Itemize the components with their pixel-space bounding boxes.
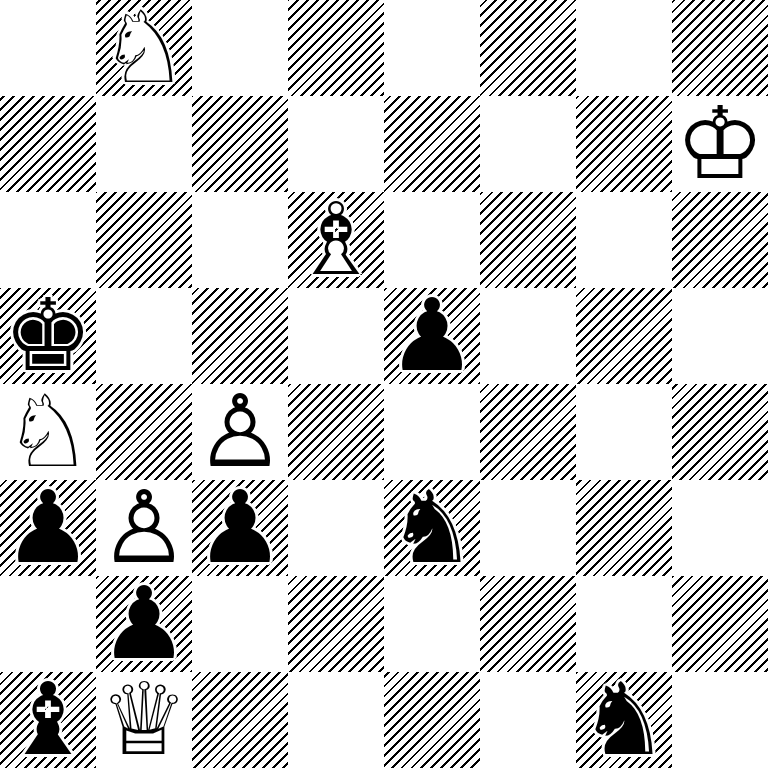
square-h3[interactable] bbox=[672, 480, 768, 576]
square-b1[interactable]: ♛♕ bbox=[96, 672, 192, 768]
square-g1[interactable]: ♞♞ bbox=[576, 672, 672, 768]
square-h8[interactable] bbox=[672, 0, 768, 96]
white-pawn-glyph: ♙ bbox=[96, 480, 192, 576]
square-e7[interactable] bbox=[384, 96, 480, 192]
square-a8[interactable] bbox=[0, 0, 96, 96]
square-f4[interactable] bbox=[480, 384, 576, 480]
square-h5[interactable] bbox=[672, 288, 768, 384]
square-a5[interactable]: ♚♚ bbox=[0, 288, 96, 384]
square-a7[interactable] bbox=[0, 96, 96, 192]
square-g8[interactable] bbox=[576, 0, 672, 96]
square-g4[interactable] bbox=[576, 384, 672, 480]
square-g5[interactable] bbox=[576, 288, 672, 384]
white-knight-piece: ♞♘ bbox=[0, 384, 96, 480]
square-b8[interactable]: ♞♘ bbox=[96, 0, 192, 96]
white-knight-glyph: ♘ bbox=[96, 0, 192, 96]
black-bishop-glyph: ♝ bbox=[0, 672, 96, 768]
square-f5[interactable] bbox=[480, 288, 576, 384]
square-e1[interactable] bbox=[384, 672, 480, 768]
white-queen-piece: ♛♕ bbox=[96, 672, 192, 768]
black-knight-piece: ♞♞ bbox=[384, 480, 480, 576]
square-e6[interactable] bbox=[384, 192, 480, 288]
square-c7[interactable] bbox=[192, 96, 288, 192]
black-pawn-piece: ♟♟ bbox=[0, 480, 96, 576]
square-d5[interactable] bbox=[288, 288, 384, 384]
square-c4[interactable]: ♟♙ bbox=[192, 384, 288, 480]
square-f3[interactable] bbox=[480, 480, 576, 576]
square-c5[interactable] bbox=[192, 288, 288, 384]
square-e3[interactable]: ♞♞ bbox=[384, 480, 480, 576]
white-pawn-piece: ♟♙ bbox=[192, 384, 288, 480]
square-h4[interactable] bbox=[672, 384, 768, 480]
black-pawn-glyph: ♟ bbox=[192, 480, 288, 576]
white-queen-glyph: ♕ bbox=[96, 672, 192, 768]
square-h7[interactable]: ♚♔ bbox=[672, 96, 768, 192]
black-knight-piece: ♞♞ bbox=[576, 672, 672, 768]
square-d8[interactable] bbox=[288, 0, 384, 96]
white-pawn-piece: ♟♙ bbox=[96, 480, 192, 576]
square-h2[interactable] bbox=[672, 576, 768, 672]
black-pawn-piece: ♟♟ bbox=[192, 480, 288, 576]
square-g7[interactable] bbox=[576, 96, 672, 192]
square-h1[interactable] bbox=[672, 672, 768, 768]
square-b6[interactable] bbox=[96, 192, 192, 288]
white-knight-piece: ♞♘ bbox=[96, 0, 192, 96]
square-f2[interactable] bbox=[480, 576, 576, 672]
black-pawn-glyph: ♟ bbox=[96, 576, 192, 672]
square-c3[interactable]: ♟♟ bbox=[192, 480, 288, 576]
square-c2[interactable] bbox=[192, 576, 288, 672]
square-e4[interactable] bbox=[384, 384, 480, 480]
square-d6[interactable]: ♝♗ bbox=[288, 192, 384, 288]
black-king-glyph: ♚ bbox=[0, 288, 96, 384]
white-bishop-glyph: ♗ bbox=[288, 192, 384, 288]
square-g3[interactable] bbox=[576, 480, 672, 576]
square-b4[interactable] bbox=[96, 384, 192, 480]
square-f7[interactable] bbox=[480, 96, 576, 192]
square-g2[interactable] bbox=[576, 576, 672, 672]
white-king-glyph: ♔ bbox=[672, 96, 768, 192]
square-d3[interactable] bbox=[288, 480, 384, 576]
square-b3[interactable]: ♟♙ bbox=[96, 480, 192, 576]
white-knight-glyph: ♘ bbox=[0, 384, 96, 480]
square-a2[interactable] bbox=[0, 576, 96, 672]
square-c1[interactable] bbox=[192, 672, 288, 768]
black-pawn-piece: ♟♟ bbox=[384, 288, 480, 384]
square-c8[interactable] bbox=[192, 0, 288, 96]
square-b2[interactable]: ♟♟ bbox=[96, 576, 192, 672]
black-knight-glyph: ♞ bbox=[576, 672, 672, 768]
white-bishop-piece: ♝♗ bbox=[288, 192, 384, 288]
black-pawn-glyph: ♟ bbox=[0, 480, 96, 576]
black-king-piece: ♚♚ bbox=[0, 288, 96, 384]
square-d4[interactable] bbox=[288, 384, 384, 480]
black-pawn-piece: ♟♟ bbox=[96, 576, 192, 672]
square-a4[interactable]: ♞♘ bbox=[0, 384, 96, 480]
square-g6[interactable] bbox=[576, 192, 672, 288]
square-b7[interactable] bbox=[96, 96, 192, 192]
square-e8[interactable] bbox=[384, 0, 480, 96]
white-king-piece: ♚♔ bbox=[672, 96, 768, 192]
square-h6[interactable] bbox=[672, 192, 768, 288]
black-bishop-piece: ♝♝ bbox=[0, 672, 96, 768]
black-pawn-glyph: ♟ bbox=[384, 288, 480, 384]
black-knight-glyph: ♞ bbox=[384, 480, 480, 576]
square-f6[interactable] bbox=[480, 192, 576, 288]
square-a1[interactable]: ♝♝ bbox=[0, 672, 96, 768]
square-f1[interactable] bbox=[480, 672, 576, 768]
square-e5[interactable]: ♟♟ bbox=[384, 288, 480, 384]
square-c6[interactable] bbox=[192, 192, 288, 288]
square-f8[interactable] bbox=[480, 0, 576, 96]
square-b5[interactable] bbox=[96, 288, 192, 384]
square-a3[interactable]: ♟♟ bbox=[0, 480, 96, 576]
square-d7[interactable] bbox=[288, 96, 384, 192]
square-d2[interactable] bbox=[288, 576, 384, 672]
square-d1[interactable] bbox=[288, 672, 384, 768]
white-pawn-glyph: ♙ bbox=[192, 384, 288, 480]
square-e2[interactable] bbox=[384, 576, 480, 672]
chess-board: ♞♘♚♔♝♗♚♚♟♟♞♘♟♙♟♟♟♙♟♟♞♞♟♟♝♝♛♕♞♞ bbox=[0, 0, 768, 768]
square-a6[interactable] bbox=[0, 192, 96, 288]
